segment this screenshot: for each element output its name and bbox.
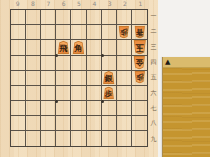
board-cell[interactable] — [26, 56, 41, 71]
board-cell[interactable] — [117, 86, 132, 101]
board-cell[interactable] — [87, 116, 102, 131]
file-label: 8 — [25, 0, 40, 8]
board-cell[interactable] — [102, 131, 117, 146]
star-point — [101, 100, 104, 103]
shogi-piece-gote-king[interactable]: 玉 — [133, 40, 147, 55]
board-cell[interactable] — [41, 25, 56, 40]
board-cell[interactable] — [87, 25, 102, 40]
shogi-piece-sente-rook[interactable]: 飛 — [57, 41, 70, 55]
shogi-app: 987654321 一二三四五六七八九 歩香飛角玉金銀歩歩 ▲ — [0, 0, 210, 157]
rank-label: 二 — [149, 24, 158, 39]
board-cell[interactable] — [132, 101, 147, 116]
board-cell[interactable] — [87, 71, 102, 86]
board-cell[interactable] — [102, 116, 117, 131]
board-cell[interactable]: 金 — [132, 56, 147, 71]
file-label: 5 — [71, 0, 86, 8]
shogi-piece-sente-silver[interactable]: 銀 — [102, 71, 115, 85]
board-cell[interactable] — [11, 56, 26, 71]
sente-marker-icon: ▲ — [165, 58, 170, 66]
board-cell[interactable] — [87, 10, 102, 25]
board-cell[interactable] — [71, 86, 86, 101]
file-label: 2 — [117, 0, 132, 8]
file-label: 3 — [102, 0, 117, 8]
rank-label: 一 — [149, 9, 158, 24]
piece-kanji: 歩 — [105, 88, 113, 98]
board-cell[interactable] — [41, 116, 56, 131]
board-cell[interactable] — [26, 25, 41, 40]
board-cell[interactable] — [56, 86, 71, 101]
board-cell[interactable] — [41, 101, 56, 116]
board-cell[interactable] — [87, 40, 102, 56]
rank-label: 七 — [149, 101, 158, 116]
board-cell[interactable]: 歩 — [117, 25, 132, 40]
board-cell[interactable] — [11, 116, 26, 131]
board-cell[interactable] — [26, 10, 41, 25]
board-cell[interactable] — [56, 131, 71, 146]
piece-kanji: 歩 — [136, 72, 144, 82]
rank-label: 九 — [149, 132, 158, 147]
board-cell[interactable] — [71, 10, 86, 25]
piece-kanji: 金 — [135, 57, 143, 68]
file-label: 4 — [87, 0, 102, 8]
board-cell[interactable]: 歩 — [102, 86, 117, 101]
star-point — [55, 54, 58, 57]
board-cell[interactable] — [102, 56, 117, 71]
board-cell[interactable] — [26, 131, 41, 146]
board-cell[interactable] — [132, 10, 147, 25]
rank-label: 三 — [149, 40, 158, 55]
rank-label: 六 — [149, 86, 158, 101]
board-cell[interactable] — [71, 71, 86, 86]
side-panel: ▲ — [158, 0, 210, 157]
piece-kanji: 歩 — [120, 27, 128, 37]
board-cell[interactable] — [11, 101, 26, 116]
board-cell[interactable] — [87, 101, 102, 116]
shogi-piece-sente-bishop[interactable]: 角 — [72, 41, 85, 55]
board-cell[interactable] — [26, 101, 41, 116]
board-cell[interactable] — [117, 71, 132, 86]
board-cell[interactable] — [117, 101, 132, 116]
board-cell[interactable]: 銀 — [102, 71, 117, 86]
board-cell[interactable] — [56, 101, 71, 116]
board-cell[interactable] — [56, 10, 71, 25]
board-cell[interactable] — [87, 56, 102, 71]
board-cell[interactable] — [11, 131, 26, 146]
komadai-rim: ▲ — [163, 57, 210, 68]
board-cell[interactable] — [41, 86, 56, 101]
file-label: 6 — [56, 0, 71, 8]
board-cell[interactable]: 香 — [132, 25, 147, 40]
board-cell[interactable] — [11, 40, 26, 56]
board-cell[interactable] — [102, 10, 117, 25]
file-label: 7 — [41, 0, 56, 8]
board-cell[interactable] — [71, 25, 86, 40]
shogi-piece-gote-pawn[interactable]: 歩 — [134, 71, 146, 84]
board-cell[interactable] — [71, 101, 86, 116]
file-label: 1 — [133, 0, 148, 8]
board-cell[interactable] — [117, 40, 132, 56]
board-cell[interactable] — [117, 116, 132, 131]
board-cell[interactable] — [26, 40, 41, 56]
rank-label: 四 — [149, 55, 158, 70]
board-cell[interactable] — [41, 71, 56, 86]
board-cell[interactable] — [56, 71, 71, 86]
board-cell[interactable]: 飛 — [56, 40, 71, 56]
board-cell[interactable] — [117, 131, 132, 146]
board-cell[interactable]: 歩 — [132, 71, 147, 86]
star-point — [55, 100, 58, 103]
board-cell[interactable] — [26, 116, 41, 131]
board-cell[interactable] — [71, 116, 86, 131]
board-cell[interactable] — [132, 116, 147, 131]
piece-kanji: 香 — [136, 27, 144, 37]
board-cell[interactable] — [41, 10, 56, 25]
board-cell[interactable] — [11, 71, 26, 86]
rank-label: 八 — [149, 116, 158, 131]
board-cell[interactable] — [102, 25, 117, 40]
board-cell[interactable] — [132, 86, 147, 101]
shogi-board: 987654321 一二三四五六七八九 歩香飛角玉金銀歩歩 — [0, 0, 159, 157]
sente-komadai[interactable]: ▲ — [162, 57, 210, 157]
board-cell[interactable] — [26, 86, 41, 101]
board-cell[interactable] — [11, 25, 26, 40]
shogi-piece-gote-gold[interactable]: 金 — [133, 56, 146, 70]
board-cell[interactable] — [11, 86, 26, 101]
board-cell[interactable] — [56, 56, 71, 71]
board-cell[interactable] — [56, 25, 71, 40]
board-cell[interactable]: 玉 — [132, 40, 147, 56]
board-cell[interactable] — [87, 86, 102, 101]
board-cell[interactable] — [56, 116, 71, 131]
file-label: 9 — [10, 0, 25, 8]
board-cell[interactable] — [102, 40, 117, 56]
shogi-piece-gote-pawn[interactable]: 歩 — [118, 26, 130, 39]
board-cell[interactable] — [132, 131, 147, 146]
piece-kanji: 銀 — [105, 73, 113, 84]
piece-kanji: 角 — [74, 42, 82, 53]
board-cell[interactable] — [71, 56, 86, 71]
board-cell[interactable] — [117, 56, 132, 71]
board-cell[interactable]: 角 — [71, 40, 86, 56]
board-grid[interactable]: 歩香飛角玉金銀歩歩 — [10, 9, 148, 147]
board-cell[interactable] — [41, 56, 56, 71]
board-cell[interactable] — [71, 131, 86, 146]
shogi-piece-gote-lance[interactable]: 香 — [134, 26, 146, 39]
board-cell[interactable] — [41, 40, 56, 56]
star-point — [101, 54, 104, 57]
board-cell[interactable] — [87, 131, 102, 146]
board-cell[interactable] — [26, 71, 41, 86]
board-cell[interactable] — [117, 10, 132, 25]
board-cell[interactable] — [41, 131, 56, 146]
piece-kanji: 玉 — [135, 41, 144, 53]
shogi-piece-sente-pawn[interactable]: 歩 — [103, 87, 115, 100]
board-cell[interactable] — [102, 101, 117, 116]
board-cell[interactable] — [11, 10, 26, 25]
piece-kanji: 飛 — [59, 42, 67, 53]
rank-label: 五 — [149, 70, 158, 85]
